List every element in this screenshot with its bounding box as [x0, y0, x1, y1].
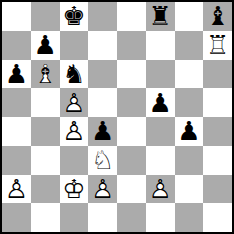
square-c4[interactable]: ♟♙ [60, 117, 89, 146]
black-bishop: ♝ [206, 3, 229, 29]
square-e6[interactable] [117, 60, 146, 89]
white-knight-glyph: ♘ [91, 147, 114, 173]
black-pawn-glyph: ♟ [177, 118, 200, 144]
square-c5[interactable]: ♟♙ [60, 88, 89, 117]
white-pawn-glyph: ♙ [62, 118, 85, 144]
square-c2[interactable]: ♚♔ [60, 175, 89, 204]
square-b8[interactable] [31, 2, 60, 31]
square-d7[interactable] [88, 31, 117, 60]
black-king: ♚ [62, 3, 85, 29]
square-e4[interactable] [117, 117, 146, 146]
black-bishop-glyph: ♝ [206, 3, 229, 29]
black-pawn-glyph: ♟ [91, 118, 114, 144]
white-pawn-glyph: ♙ [5, 176, 28, 202]
black-rook-glyph: ♜ [148, 3, 171, 29]
black-king-glyph: ♚ [62, 3, 85, 29]
chess-diagram: ♚♜♝♟♜♖♟♝♗♞♟♙♟♟♙♟♟♞♘♟♙♚♔♟♙♟♙ [0, 0, 234, 234]
square-d5[interactable] [88, 88, 117, 117]
square-b5[interactable] [31, 88, 60, 117]
square-g3[interactable] [175, 146, 204, 175]
square-d1[interactable] [88, 203, 117, 232]
square-a7[interactable] [2, 31, 31, 60]
square-c8[interactable]: ♚ [60, 2, 89, 31]
black-pawn: ♟ [91, 118, 114, 144]
white-pawn: ♟♙ [5, 176, 28, 202]
square-f2[interactable]: ♟♙ [146, 175, 175, 204]
square-e3[interactable] [117, 146, 146, 175]
square-f6[interactable] [146, 60, 175, 89]
square-b4[interactable] [31, 117, 60, 146]
black-pawn: ♟ [148, 90, 171, 116]
square-f8[interactable]: ♜ [146, 2, 175, 31]
square-e8[interactable] [117, 2, 146, 31]
square-d4[interactable]: ♟ [88, 117, 117, 146]
square-h7[interactable]: ♜♖ [203, 31, 232, 60]
square-f4[interactable] [146, 117, 175, 146]
white-bishop: ♝♗ [33, 61, 56, 87]
square-e7[interactable] [117, 31, 146, 60]
white-pawn-glyph: ♙ [62, 90, 85, 116]
square-g4[interactable]: ♟ [175, 117, 204, 146]
square-h1[interactable] [203, 203, 232, 232]
square-f3[interactable] [146, 146, 175, 175]
square-h8[interactable]: ♝ [203, 2, 232, 31]
black-knight-glyph: ♞ [62, 61, 85, 87]
square-b2[interactable] [31, 175, 60, 204]
square-h3[interactable] [203, 146, 232, 175]
black-pawn: ♟ [5, 61, 28, 87]
white-bishop-glyph: ♗ [33, 61, 56, 87]
square-e2[interactable] [117, 175, 146, 204]
square-a5[interactable] [2, 88, 31, 117]
square-c3[interactable] [60, 146, 89, 175]
square-g7[interactable] [175, 31, 204, 60]
black-pawn: ♟ [177, 118, 200, 144]
white-pawn-glyph: ♙ [91, 176, 114, 202]
square-d2[interactable]: ♟♙ [88, 175, 117, 204]
white-king-glyph: ♔ [62, 176, 85, 202]
square-c1[interactable] [60, 203, 89, 232]
square-g1[interactable] [175, 203, 204, 232]
white-pawn: ♟♙ [148, 176, 171, 202]
square-g6[interactable] [175, 60, 204, 89]
white-knight: ♞♘ [91, 147, 114, 173]
square-a2[interactable]: ♟♙ [2, 175, 31, 204]
square-h5[interactable] [203, 88, 232, 117]
square-e5[interactable] [117, 88, 146, 117]
square-f7[interactable] [146, 31, 175, 60]
square-c7[interactable] [60, 31, 89, 60]
white-rook-glyph: ♖ [206, 32, 229, 58]
square-d3[interactable]: ♞♘ [88, 146, 117, 175]
white-pawn: ♟♙ [62, 90, 85, 116]
square-c6[interactable]: ♞ [60, 60, 89, 89]
black-rook: ♜ [148, 3, 171, 29]
black-pawn: ♟ [33, 32, 56, 58]
chess-board: ♚♜♝♟♜♖♟♝♗♞♟♙♟♟♙♟♟♞♘♟♙♚♔♟♙♟♙ [0, 0, 234, 234]
square-a4[interactable] [2, 117, 31, 146]
black-pawn-glyph: ♟ [33, 32, 56, 58]
square-h6[interactable] [203, 60, 232, 89]
square-a8[interactable] [2, 2, 31, 31]
square-g5[interactable] [175, 88, 204, 117]
white-rook: ♜♖ [206, 32, 229, 58]
square-f5[interactable]: ♟ [146, 88, 175, 117]
square-d6[interactable] [88, 60, 117, 89]
white-king: ♚♔ [62, 176, 85, 202]
square-g8[interactable] [175, 2, 204, 31]
white-pawn: ♟♙ [62, 118, 85, 144]
square-h4[interactable] [203, 117, 232, 146]
square-b7[interactable]: ♟ [31, 31, 60, 60]
square-e1[interactable] [117, 203, 146, 232]
square-b6[interactable]: ♝♗ [31, 60, 60, 89]
square-b3[interactable] [31, 146, 60, 175]
black-knight: ♞ [62, 61, 85, 87]
square-g2[interactable] [175, 175, 204, 204]
square-d8[interactable] [88, 2, 117, 31]
square-a6[interactable]: ♟ [2, 60, 31, 89]
square-f1[interactable] [146, 203, 175, 232]
black-pawn-glyph: ♟ [5, 61, 28, 87]
square-b1[interactable] [31, 203, 60, 232]
square-h2[interactable] [203, 175, 232, 204]
black-pawn-glyph: ♟ [148, 90, 171, 116]
square-a3[interactable] [2, 146, 31, 175]
white-pawn: ♟♙ [91, 176, 114, 202]
white-pawn-glyph: ♙ [148, 176, 171, 202]
square-a1[interactable] [2, 203, 31, 232]
